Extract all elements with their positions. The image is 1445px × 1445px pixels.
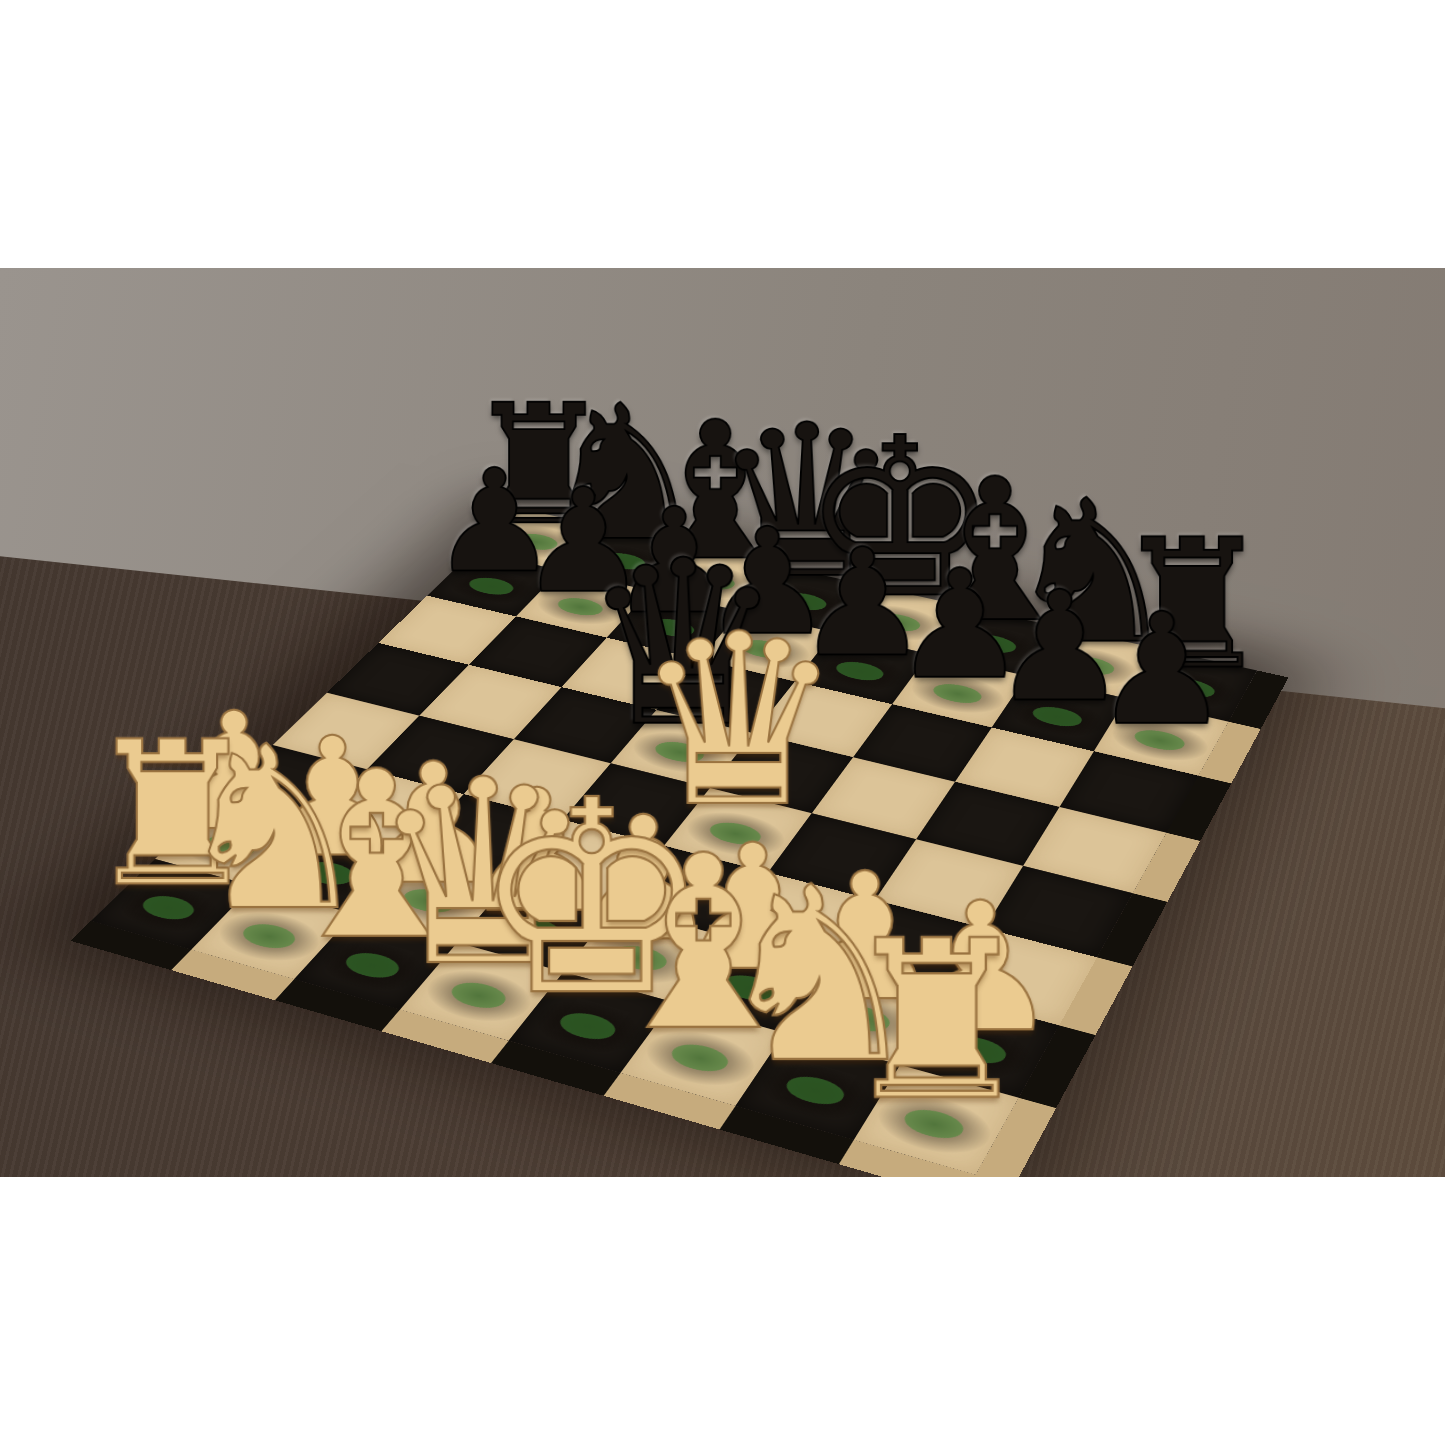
product-photo: ♜♞♝♛♚♝♞♜♟♟♟♟♟♟♟♟♛♛♟♟♟♟♟♟♟♟♜♞♝♛♚♝♞♜ — [0, 268, 1445, 1177]
rook-glyph: ♜ — [762, 912, 1111, 1131]
pawn-glyph: ♟ — [1016, 592, 1308, 746]
